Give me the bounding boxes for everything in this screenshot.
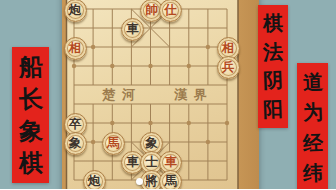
banner-right-motto-2: 道 为 经 纬 <box>297 63 328 189</box>
piece-red-horse[interactable]: 馬 <box>102 132 125 155</box>
banner-char: 象 <box>18 115 43 148</box>
banner-char: 法 <box>263 38 284 66</box>
piece-red-elephant[interactable]: 相 <box>64 37 87 60</box>
piece-black-cannon[interactable]: 炮 <box>64 0 87 22</box>
banner-char: 长 <box>18 83 43 116</box>
banner-char: 阳 <box>263 96 284 124</box>
piece-black-cannon[interactable]: 炮 <box>83 170 106 190</box>
banner-char: 棋 <box>18 147 43 180</box>
last-move-marker <box>136 178 143 185</box>
banner-left-title: 船 长 象 棋 <box>12 47 49 183</box>
piece-red-advisor[interactable]: 仕 <box>159 0 182 22</box>
banner-char: 经 <box>302 129 323 157</box>
piece-red-soldier[interactable]: 兵 <box>217 56 240 79</box>
piece-black-chariot[interactable]: 車 <box>121 18 144 41</box>
banner-char: 阴 <box>263 67 284 95</box>
banner-char: 道 <box>302 68 323 96</box>
river-label-han: 漢界 <box>174 86 214 104</box>
screen: 楚河 漢界 炮帥仕車相相兵卒象馬象車士車炮將馬 船 长 象 棋 棋 法 阴 阳 … <box>0 0 336 189</box>
banner-char: 棋 <box>263 10 284 38</box>
banner-char: 纬 <box>302 160 323 188</box>
banner-right-motto-1: 棋 法 阴 阳 <box>258 5 288 128</box>
banner-char: 船 <box>18 51 43 84</box>
river-label-chu: 楚河 <box>102 86 142 104</box>
banner-char: 为 <box>302 99 323 127</box>
piece-black-horse[interactable]: 馬 <box>159 170 182 190</box>
piece-black-elephant[interactable]: 象 <box>64 132 87 155</box>
